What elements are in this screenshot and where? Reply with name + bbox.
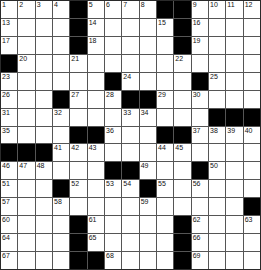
cell-r15c3[interactable] [36,252,52,269]
cell-r4c9[interactable] [140,55,156,72]
cell-r11c12[interactable]: 56 [192,180,208,197]
cell-r3c8[interactable] [122,37,138,54]
cell-r5c10[interactable] [157,73,173,90]
cell-r15c14[interactable] [226,252,242,269]
cell-r11c7[interactable]: 53 [105,180,121,197]
cell-r14c14[interactable] [226,234,242,251]
cell-r6c2[interactable] [18,91,34,108]
black-cell-r8c11 [174,127,190,144]
cell-r13c3[interactable] [36,216,52,233]
cell-r9c10[interactable]: 44 [157,144,173,161]
cell-r15c8[interactable] [122,252,138,269]
cell-r10c6[interactable] [88,162,104,179]
black-cell-r13c5 [70,216,86,233]
clue-number-25: 25 [210,73,218,80]
clue-number-34: 34 [141,109,149,116]
cell-r2c6[interactable]: 14 [88,19,104,36]
clue-number-51: 51 [2,180,10,187]
cell-r14c6[interactable]: 65 [88,234,104,251]
cell-r8c3[interactable] [36,127,52,144]
clue-number-41: 41 [54,144,62,151]
cell-r9c11[interactable]: 45 [174,144,190,161]
clue-number-57: 57 [2,198,10,205]
cell-r5c6[interactable] [88,73,104,90]
clue-number-60: 60 [2,216,10,223]
clue-number-33: 33 [123,109,131,116]
cell-r6c10[interactable]: 29 [157,91,173,108]
cell-r12c12[interactable] [192,198,208,215]
cell-r11c10[interactable]: 55 [157,180,173,197]
cell-r4c14[interactable] [226,55,242,72]
cell-r10c5[interactable] [70,162,86,179]
clue-number-59: 59 [141,198,149,205]
cell-r13c14[interactable] [226,216,242,233]
cell-r14c1[interactable]: 64 [1,234,17,251]
black-cell-r8c10 [157,127,173,144]
cell-r5c15[interactable] [244,73,260,90]
cell-r10c11[interactable] [174,162,190,179]
cell-r3c13[interactable] [209,37,225,54]
cell-r7c8[interactable]: 33 [122,109,138,126]
cell-r15c9[interactable] [140,252,156,269]
cell-r2c8[interactable] [122,19,138,36]
cell-r3c10[interactable] [157,37,173,54]
cell-r14c2[interactable] [18,234,34,251]
clue-number-49: 49 [141,162,149,169]
cell-r7c4[interactable]: 32 [53,109,69,126]
cell-r3c2[interactable] [18,37,34,54]
clue-number-38: 38 [210,127,218,134]
clue-number-30: 30 [193,91,201,98]
clue-number-65: 65 [89,234,97,241]
clue-number-8: 8 [141,1,145,8]
black-cell-r3c5 [70,37,86,54]
clue-number-21: 21 [71,55,79,62]
cell-r13c2[interactable] [18,216,34,233]
black-cell-r10c8 [122,162,138,179]
cell-r4c13[interactable] [209,55,225,72]
clue-number-5: 5 [89,1,93,8]
clue-number-15: 15 [158,19,166,26]
cell-r11c11[interactable] [174,180,190,197]
cell-r14c8[interactable] [122,234,138,251]
cell-r10c10[interactable] [157,162,173,179]
cell-r1c14[interactable]: 11 [226,1,242,18]
cell-r3c7[interactable] [105,37,121,54]
cell-r14c9[interactable] [140,234,156,251]
black-cell-r7c15 [244,109,260,126]
clue-number-63: 63 [245,216,253,223]
cell-r2c3[interactable] [36,19,52,36]
cell-r7c9[interactable]: 34 [140,109,156,126]
cell-r7c6[interactable] [88,109,104,126]
clue-number-29: 29 [158,91,166,98]
cell-r9c15[interactable] [244,144,260,161]
cell-r1c13[interactable]: 10 [209,1,225,18]
cell-r7c11[interactable] [174,109,190,126]
cell-r12c6[interactable] [88,198,104,215]
clue-number-17: 17 [2,37,10,44]
black-cell-r4c1 [1,55,17,72]
cell-r9c6[interactable]: 43 [88,144,104,161]
cell-r14c13[interactable] [209,234,225,251]
clue-number-69: 69 [193,252,201,259]
cell-r2c15[interactable] [244,19,260,36]
cell-r8c9[interactable] [140,127,156,144]
clue-number-53: 53 [106,180,114,187]
clue-number-50: 50 [210,162,218,169]
clue-number-22: 22 [175,55,183,62]
black-cell-r11c4 [53,180,69,197]
cell-r9c4[interactable]: 41 [53,144,69,161]
clue-number-35: 35 [2,127,10,134]
clue-number-56: 56 [193,180,201,187]
cell-r7c1[interactable]: 31 [1,109,17,126]
cell-r2c13[interactable] [209,19,225,36]
cell-r12c9[interactable]: 59 [140,198,156,215]
black-cell-r13c11 [174,216,190,233]
clue-number-3: 3 [37,1,41,8]
clue-number-47: 47 [19,162,27,169]
clue-number-64: 64 [2,234,10,241]
cell-r5c2[interactable] [18,73,34,90]
cell-r1c8[interactable]: 7 [122,1,138,18]
cell-r2c14[interactable] [226,19,242,36]
black-cell-r1c11 [174,1,190,18]
cell-r6c11[interactable] [174,91,190,108]
cell-r10c2[interactable]: 47 [18,162,34,179]
cell-r12c2[interactable] [18,198,34,215]
cell-r6c7[interactable]: 28 [105,91,121,108]
cell-r6c6[interactable] [88,91,104,108]
cell-r6c3[interactable] [36,91,52,108]
cell-r2c10[interactable]: 15 [157,19,173,36]
cell-r7c5[interactable] [70,109,86,126]
black-cell-r7c13 [209,109,225,126]
clue-number-1: 1 [2,1,6,8]
cell-r12c8[interactable] [122,198,138,215]
cell-r3c9[interactable] [140,37,156,54]
cell-r15c13[interactable] [209,252,225,269]
cell-r11c13[interactable] [209,180,225,197]
cell-r13c1[interactable]: 60 [1,216,17,233]
clue-number-45: 45 [175,144,183,151]
cell-r15c10[interactable] [157,252,173,269]
black-cell-r8c6 [88,127,104,144]
cell-r4c6[interactable] [88,55,104,72]
black-cell-r15c6 [88,252,104,269]
cell-r9c9[interactable] [140,144,156,161]
cell-r8c14[interactable]: 39 [226,127,242,144]
cell-r5c9[interactable] [140,73,156,90]
black-cell-r6c8 [122,91,138,108]
cell-r10c9[interactable]: 49 [140,162,156,179]
cell-r3c4[interactable] [53,37,69,54]
black-cell-r2c11 [174,19,190,36]
cell-r15c1[interactable]: 67 [1,252,17,269]
cell-r3c1[interactable]: 17 [1,37,17,54]
black-cell-r10c12 [192,162,208,179]
cell-r14c7[interactable] [105,234,121,251]
cell-r4c8[interactable] [122,55,138,72]
clue-number-23: 23 [2,73,10,80]
cell-r8c13[interactable]: 38 [209,127,225,144]
clue-number-36: 36 [106,127,114,134]
cell-r13c12[interactable]: 62 [192,216,208,233]
cell-r5c13[interactable]: 25 [209,73,225,90]
cell-r9c8[interactable] [122,144,138,161]
black-cell-r11c9 [140,180,156,197]
cell-r1c1[interactable]: 1 [1,1,17,18]
clue-number-7: 7 [123,1,127,8]
cell-r8c12[interactable]: 37 [192,127,208,144]
cell-r15c7[interactable]: 68 [105,252,121,269]
clue-number-55: 55 [158,180,166,187]
cell-r1c9[interactable]: 8 [140,1,156,18]
black-cell-r9c3 [36,144,52,161]
clue-number-27: 27 [71,91,79,98]
black-cell-r2c5 [70,19,86,36]
clue-number-28: 28 [106,91,114,98]
cell-r9c12[interactable] [192,144,208,161]
cell-r9c7[interactable] [105,144,121,161]
cell-r12c1[interactable]: 57 [1,198,17,215]
cell-r12c14[interactable] [226,198,242,215]
cell-r6c12[interactable]: 30 [192,91,208,108]
cell-r12c5[interactable] [70,198,86,215]
black-cell-r15c11 [174,252,190,269]
cell-r1c15[interactable]: 12 [244,1,260,18]
cell-r2c1[interactable]: 13 [1,19,17,36]
cell-r4c15[interactable] [244,55,260,72]
cell-r5c3[interactable] [36,73,52,90]
black-cell-r5c7 [105,73,121,90]
clue-number-18: 18 [89,37,97,44]
cell-r8c1[interactable]: 35 [1,127,17,144]
cell-r6c1[interactable]: 26 [1,91,17,108]
cell-r13c4[interactable] [53,216,69,233]
cell-r8c15[interactable]: 40 [244,127,260,144]
black-cell-r15c5 [70,252,86,269]
cell-r6c13[interactable] [209,91,225,108]
cell-r5c11[interactable] [174,73,190,90]
cell-r13c8[interactable] [122,216,138,233]
clue-number-9: 9 [193,1,197,8]
clue-number-37: 37 [193,127,201,134]
cell-r8c2[interactable] [18,127,34,144]
cell-r13c6[interactable]: 61 [88,216,104,233]
cell-r7c2[interactable] [18,109,34,126]
cell-r7c3[interactable] [36,109,52,126]
cell-r15c2[interactable] [18,252,34,269]
cell-r15c12[interactable]: 69 [192,252,208,269]
cell-r1c6[interactable]: 5 [88,1,104,18]
cell-r12c7[interactable] [105,198,121,215]
clue-number-67: 67 [2,252,10,259]
cell-r9c14[interactable] [226,144,242,161]
clue-number-66: 66 [193,234,201,241]
crossword-puzzle: 1234567891011121314151617181920212223242… [0,0,261,270]
cell-r11c14[interactable] [226,180,242,197]
cell-r14c15[interactable] [244,234,260,251]
cell-r15c15[interactable] [244,252,260,269]
cell-r6c14[interactable] [226,91,242,108]
cell-r10c15[interactable] [244,162,260,179]
cell-r13c9[interactable] [140,216,156,233]
clue-number-31: 31 [2,109,10,116]
cell-r11c2[interactable] [18,180,34,197]
clue-number-52: 52 [71,180,79,187]
black-cell-r14c5 [70,234,86,251]
clue-number-54: 54 [123,180,131,187]
clue-number-68: 68 [106,252,114,259]
cell-r10c14[interactable] [226,162,242,179]
cell-r1c7[interactable]: 6 [105,1,121,18]
clue-number-39: 39 [227,127,235,134]
black-cell-r9c1 [1,144,17,161]
cell-r10c13[interactable]: 50 [209,162,225,179]
clue-number-12: 12 [245,1,253,8]
cell-r11c1[interactable]: 51 [1,180,17,197]
cell-r12c13[interactable] [209,198,225,215]
cell-r7c10[interactable] [157,109,173,126]
cell-r9c5[interactable]: 42 [70,144,86,161]
cell-r8c8[interactable] [122,127,138,144]
cell-r1c2[interactable]: 2 [18,1,34,18]
cell-r12c10[interactable] [157,198,173,215]
cell-r14c10[interactable] [157,234,173,251]
cell-r5c5[interactable] [70,73,86,90]
clue-number-10: 10 [210,1,218,8]
cell-r4c5[interactable]: 21 [70,55,86,72]
black-cell-r10c7 [105,162,121,179]
cell-r5c14[interactable] [226,73,242,90]
cell-r15c4[interactable] [53,252,69,269]
cell-r2c4[interactable] [53,19,69,36]
cell-r4c12[interactable] [192,55,208,72]
cell-r5c1[interactable]: 23 [1,73,17,90]
cell-r3c14[interactable] [226,37,242,54]
cell-r4c10[interactable] [157,55,173,72]
clue-number-44: 44 [158,144,166,151]
cell-r1c4[interactable]: 4 [53,1,69,18]
cell-r8c4[interactable] [53,127,69,144]
clue-number-42: 42 [71,144,79,151]
clue-number-24: 24 [123,73,131,80]
clue-number-4: 4 [54,1,58,8]
cell-r11c15[interactable] [244,180,260,197]
clue-number-16: 16 [193,19,201,26]
cell-r2c9[interactable] [140,19,156,36]
clue-number-40: 40 [245,127,253,134]
cell-r11c8[interactable]: 54 [122,180,138,197]
clue-number-14: 14 [89,19,97,26]
clue-number-61: 61 [89,216,97,223]
cell-r6c5[interactable]: 27 [70,91,86,108]
cell-r3c6[interactable]: 18 [88,37,104,54]
cell-r13c10[interactable] [157,216,173,233]
cell-r2c12[interactable]: 16 [192,19,208,36]
cell-r12c4[interactable]: 58 [53,198,69,215]
black-cell-r12c15 [244,198,260,215]
clue-number-58: 58 [54,198,62,205]
cell-r1c3[interactable]: 3 [36,1,52,18]
cell-r4c4[interactable] [53,55,69,72]
cell-r12c11[interactable] [174,198,190,215]
black-cell-r14c11 [174,234,190,251]
clue-number-6: 6 [106,1,110,8]
clue-number-13: 13 [2,19,10,26]
cell-r5c4[interactable] [53,73,69,90]
black-cell-r7c14 [226,109,242,126]
clue-number-48: 48 [37,162,45,169]
black-cell-r1c5 [70,1,86,18]
clue-number-43: 43 [89,144,97,151]
cell-r3c12[interactable]: 19 [192,37,208,54]
cell-r11c5[interactable]: 52 [70,180,86,197]
cell-r8c7[interactable]: 36 [105,127,121,144]
cell-r3c15[interactable] [244,37,260,54]
clue-number-46: 46 [2,162,10,169]
cell-r6c15[interactable] [244,91,260,108]
clue-number-32: 32 [54,109,62,116]
clue-number-26: 26 [2,91,10,98]
clue-number-11: 11 [227,1,234,8]
black-cell-r8c5 [70,127,86,144]
cell-r2c2[interactable] [18,19,34,36]
cell-r5c8[interactable]: 24 [122,73,138,90]
cell-r1c12[interactable]: 9 [192,1,208,18]
cell-r2c7[interactable] [105,19,121,36]
black-cell-r1c10 [157,1,173,18]
cell-r13c7[interactable] [105,216,121,233]
cell-r13c15[interactable]: 63 [244,216,260,233]
black-cell-r3c11 [174,37,190,54]
cell-r14c12[interactable]: 66 [192,234,208,251]
cell-r10c1[interactable]: 46 [1,162,17,179]
cell-r13c13[interactable] [209,216,225,233]
black-cell-r9c2 [18,144,34,161]
cell-r14c4[interactable] [53,234,69,251]
cell-r4c2[interactable]: 20 [18,55,34,72]
crossword-grid: 1234567891011121314151617181920212223242… [0,0,261,270]
black-cell-r6c4 [53,91,69,108]
cell-r12c3[interactable] [36,198,52,215]
black-cell-r6c9 [140,91,156,108]
clue-number-19: 19 [193,37,201,44]
cell-r10c3[interactable]: 48 [36,162,52,179]
cell-r4c3[interactable] [36,55,52,72]
cell-r4c11[interactable]: 22 [174,55,190,72]
cell-r11c3[interactable] [36,180,52,197]
cell-r11c6[interactable] [88,180,104,197]
clue-number-62: 62 [193,216,201,223]
clue-number-20: 20 [19,55,27,62]
clue-number-2: 2 [19,1,23,8]
cell-r7c7[interactable] [105,109,121,126]
black-cell-r5c12 [192,73,208,90]
cell-r7c12[interactable] [192,109,208,126]
cell-r4c7[interactable] [105,55,121,72]
cell-r14c3[interactable] [36,234,52,251]
cell-r9c13[interactable] [209,144,225,161]
cell-r10c4[interactable] [53,162,69,179]
cell-r3c3[interactable] [36,37,52,54]
